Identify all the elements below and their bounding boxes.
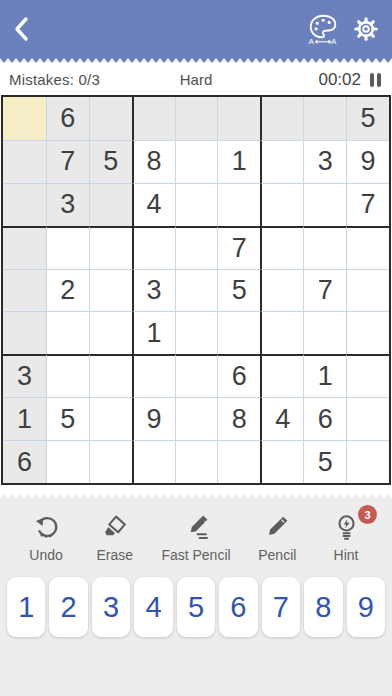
timer: 00:02 (318, 70, 361, 90)
cell-r5c5[interactable] (175, 269, 218, 312)
cell-r3c6[interactable] (217, 183, 260, 226)
cell-r8c8[interactable]: 6 (303, 397, 346, 440)
undo-button[interactable]: Undo (24, 513, 68, 563)
cell-r2c4[interactable]: 8 (132, 140, 175, 183)
pause-icon (370, 73, 374, 87)
eraser-icon (101, 513, 128, 540)
num-1-button[interactable]: 1 (7, 577, 45, 637)
cell-r3c4[interactable]: 4 (132, 183, 175, 226)
cell-r5c3[interactable] (89, 269, 132, 312)
cell-r7c3[interactable] (89, 354, 132, 397)
cell-r3c8[interactable] (303, 183, 346, 226)
back-button[interactable] (12, 14, 32, 44)
cell-r1c3[interactable] (89, 97, 132, 140)
settings-button[interactable] (352, 15, 380, 43)
pencil-button[interactable]: Pencil (255, 513, 299, 563)
cell-r8c2[interactable]: 5 (46, 397, 89, 440)
cell-r2c8[interactable]: 3 (303, 140, 346, 183)
cell-r1c1[interactable] (3, 97, 46, 140)
cell-r5c7[interactable] (260, 269, 303, 312)
header-perforated-edge (0, 58, 392, 64)
cell-r8c3[interactable] (89, 397, 132, 440)
numpad: 123456789 (0, 577, 392, 637)
cell-r8c9[interactable] (346, 397, 389, 440)
board-panel-gap (0, 485, 392, 493)
cell-r3c9[interactable]: 7 (346, 183, 389, 226)
cell-r7c5[interactable] (175, 354, 218, 397)
hint-bulb-icon (333, 513, 360, 540)
cell-r9c3[interactable] (89, 440, 132, 483)
hint-button[interactable]: 3 Hint (324, 513, 368, 563)
cell-r5c8[interactable]: 7 (303, 269, 346, 312)
cell-r6c7[interactable] (260, 311, 303, 354)
pause-icon (377, 73, 381, 87)
cell-r6c2[interactable] (46, 311, 89, 354)
cell-r6c9[interactable] (346, 311, 389, 354)
cell-r1c9[interactable]: 5 (346, 97, 389, 140)
undo-icon (33, 513, 60, 540)
cell-r9c4[interactable] (132, 440, 175, 483)
cell-r1c4[interactable] (132, 97, 175, 140)
cell-r5c6[interactable]: 5 (217, 269, 260, 312)
cell-r9c7[interactable] (260, 440, 303, 483)
erase-label: Erase (96, 547, 133, 563)
cell-r2c5[interactable] (175, 140, 218, 183)
cell-r4c8[interactable] (303, 226, 346, 269)
mistakes-counter: Mistakes: 0/3 (9, 71, 100, 88)
status-bar: Mistakes: 0/3 Hard 00:02 (0, 64, 392, 95)
cell-r8c5[interactable] (175, 397, 218, 440)
back-icon (12, 14, 32, 44)
cell-r9c2[interactable] (46, 440, 89, 483)
num-2-button[interactable]: 2 (49, 577, 87, 637)
cell-r2c9[interactable]: 9 (346, 140, 389, 183)
cell-r1c7[interactable] (260, 97, 303, 140)
num-5-button[interactable]: 5 (177, 577, 215, 637)
fast-pencil-label: Fast Pencil (161, 547, 230, 563)
fast-pencil-button[interactable]: Fast Pencil (161, 513, 230, 563)
num-3-button[interactable]: 3 (92, 577, 130, 637)
cell-r2c6[interactable]: 1 (217, 140, 260, 183)
cell-r1c8[interactable] (303, 97, 346, 140)
cell-r1c2[interactable]: 6 (46, 97, 89, 140)
sudoku-board: 6575813934772357136115984665 (1, 95, 391, 485)
control-panel: Undo Erase Fast Pencil (0, 499, 392, 696)
cell-r7c7[interactable] (260, 354, 303, 397)
cell-r4c4[interactable] (132, 226, 175, 269)
cell-r3c1[interactable] (3, 183, 46, 226)
pencil-label: Pencil (258, 547, 296, 563)
settings-gear-icon (352, 15, 380, 43)
undo-label: Undo (29, 547, 62, 563)
cell-r8c7[interactable]: 4 (260, 397, 303, 440)
hint-badge: 3 (358, 505, 377, 524)
cell-r2c2[interactable]: 7 (46, 140, 89, 183)
cell-r6c8[interactable] (303, 311, 346, 354)
cell-r3c5[interactable] (175, 183, 218, 226)
cell-r9c9[interactable] (346, 440, 389, 483)
theme-button[interactable]: A A (308, 13, 338, 45)
cell-r7c1[interactable]: 3 (3, 354, 46, 397)
pencil-icon (264, 513, 291, 540)
theme-palette-icon: A A (308, 13, 338, 45)
cell-r5c9[interactable] (346, 269, 389, 312)
cell-r6c6[interactable] (217, 311, 260, 354)
num-9-button[interactable]: 9 (347, 577, 385, 637)
cell-r7c8[interactable]: 1 (303, 354, 346, 397)
cell-r2c1[interactable] (3, 140, 46, 183)
cell-r7c2[interactable] (46, 354, 89, 397)
cell-r9c1[interactable]: 6 (3, 440, 46, 483)
cell-r8c6[interactable]: 8 (217, 397, 260, 440)
cell-r7c6[interactable]: 6 (217, 354, 260, 397)
fast-pencil-icon (183, 513, 210, 540)
cell-r7c4[interactable] (132, 354, 175, 397)
cell-r1c5[interactable] (175, 97, 218, 140)
cell-r6c3[interactable] (89, 311, 132, 354)
num-8-button[interactable]: 8 (304, 577, 342, 637)
cell-r9c6[interactable] (217, 440, 260, 483)
cell-r4c5[interactable] (175, 226, 218, 269)
cell-r4c3[interactable] (89, 226, 132, 269)
cell-r3c7[interactable] (260, 183, 303, 226)
cell-r5c4[interactable]: 3 (132, 269, 175, 312)
cell-r3c2[interactable]: 3 (46, 183, 89, 226)
num-7-button[interactable]: 7 (262, 577, 300, 637)
cell-r6c5[interactable] (175, 311, 218, 354)
cell-r8c4[interactable]: 9 (132, 397, 175, 440)
cell-r2c3[interactable]: 5 (89, 140, 132, 183)
difficulty-label: Hard (180, 71, 213, 88)
num-6-button[interactable]: 6 (219, 577, 257, 637)
panel-perforated-edge (0, 493, 392, 499)
cell-r6c4[interactable]: 1 (132, 311, 175, 354)
cell-r4c9[interactable] (346, 226, 389, 269)
svg-text:A: A (309, 37, 315, 45)
toolbar: Undo Erase Fast Pencil (0, 499, 392, 563)
cell-r1c6[interactable] (217, 97, 260, 140)
cell-r5c2[interactable]: 2 (46, 269, 89, 312)
cell-r5c1[interactable] (3, 269, 46, 312)
cell-r4c1[interactable] (3, 226, 46, 269)
cell-r7c9[interactable] (346, 354, 389, 397)
erase-button[interactable]: Erase (93, 513, 137, 563)
svg-text:A: A (331, 37, 337, 45)
cell-r4c7[interactable] (260, 226, 303, 269)
header: A A (0, 0, 392, 58)
cell-r2c7[interactable] (260, 140, 303, 183)
cell-r8c1[interactable]: 1 (3, 397, 46, 440)
num-4-button[interactable]: 4 (134, 577, 172, 637)
cell-r9c5[interactable] (175, 440, 218, 483)
cell-r3c3[interactable] (89, 183, 132, 226)
hint-label: Hint (334, 547, 359, 563)
cell-r4c2[interactable] (46, 226, 89, 269)
cell-r6c1[interactable] (3, 311, 46, 354)
cell-r4c6[interactable]: 7 (217, 226, 260, 269)
cell-r9c8[interactable]: 5 (303, 440, 346, 483)
pause-button[interactable] (368, 71, 383, 89)
